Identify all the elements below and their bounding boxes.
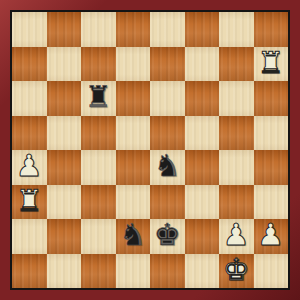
square-c5[interactable] xyxy=(81,116,116,151)
square-g2[interactable]: ♟ xyxy=(219,219,254,254)
square-h4[interactable] xyxy=(254,150,289,185)
square-g5[interactable] xyxy=(219,116,254,151)
square-e8[interactable] xyxy=(150,12,185,47)
white-rook-h7[interactable]: ♜ xyxy=(257,48,284,78)
square-f7[interactable] xyxy=(185,47,220,82)
square-a5[interactable] xyxy=(12,116,47,151)
square-f2[interactable] xyxy=(185,219,220,254)
square-e4[interactable]: ♞ xyxy=(150,150,185,185)
square-e7[interactable] xyxy=(150,47,185,82)
square-c1[interactable] xyxy=(81,254,116,289)
white-rook-a3[interactable]: ♜ xyxy=(16,186,43,216)
square-e3[interactable] xyxy=(150,185,185,220)
square-f6[interactable] xyxy=(185,81,220,116)
square-f4[interactable] xyxy=(185,150,220,185)
square-f5[interactable] xyxy=(185,116,220,151)
square-b4[interactable] xyxy=(47,150,82,185)
white-king-g1[interactable]: ♚ xyxy=(223,255,250,285)
white-pawn-a4[interactable]: ♟ xyxy=(16,151,43,181)
square-b3[interactable] xyxy=(47,185,82,220)
square-e1[interactable] xyxy=(150,254,185,289)
square-h1[interactable] xyxy=(254,254,289,289)
white-pawn-g2[interactable]: ♟ xyxy=(223,220,250,250)
square-c8[interactable] xyxy=(81,12,116,47)
square-g8[interactable] xyxy=(219,12,254,47)
square-f8[interactable] xyxy=(185,12,220,47)
black-king-e2[interactable]: ♚ xyxy=(154,220,181,250)
square-e2[interactable]: ♚ xyxy=(150,219,185,254)
square-d2[interactable]: ♞ xyxy=(116,219,151,254)
square-a3[interactable]: ♜ xyxy=(12,185,47,220)
square-d6[interactable] xyxy=(116,81,151,116)
square-f1[interactable] xyxy=(185,254,220,289)
square-d7[interactable] xyxy=(116,47,151,82)
square-d5[interactable] xyxy=(116,116,151,151)
square-c6[interactable]: ♜ xyxy=(81,81,116,116)
square-f3[interactable] xyxy=(185,185,220,220)
square-g7[interactable] xyxy=(219,47,254,82)
square-c3[interactable] xyxy=(81,185,116,220)
square-d3[interactable] xyxy=(116,185,151,220)
square-d1[interactable] xyxy=(116,254,151,289)
square-h7[interactable]: ♜ xyxy=(254,47,289,82)
square-a4[interactable]: ♟ xyxy=(12,150,47,185)
square-g6[interactable] xyxy=(219,81,254,116)
square-c2[interactable] xyxy=(81,219,116,254)
white-pawn-h2[interactable]: ♟ xyxy=(257,220,284,250)
square-g1[interactable]: ♚ xyxy=(219,254,254,289)
square-d8[interactable] xyxy=(116,12,151,47)
square-g3[interactable] xyxy=(219,185,254,220)
square-a7[interactable] xyxy=(12,47,47,82)
square-a2[interactable] xyxy=(12,219,47,254)
square-b2[interactable] xyxy=(47,219,82,254)
square-b6[interactable] xyxy=(47,81,82,116)
square-d4[interactable] xyxy=(116,150,151,185)
square-a6[interactable] xyxy=(12,81,47,116)
square-a8[interactable] xyxy=(12,12,47,47)
square-h8[interactable] xyxy=(254,12,289,47)
black-knight-e4[interactable]: ♞ xyxy=(154,151,181,181)
square-h2[interactable]: ♟ xyxy=(254,219,289,254)
square-c4[interactable] xyxy=(81,150,116,185)
black-rook-c6[interactable]: ♜ xyxy=(85,82,112,112)
square-h6[interactable] xyxy=(254,81,289,116)
square-e6[interactable] xyxy=(150,81,185,116)
square-b7[interactable] xyxy=(47,47,82,82)
square-b1[interactable] xyxy=(47,254,82,289)
square-h3[interactable] xyxy=(254,185,289,220)
square-c7[interactable] xyxy=(81,47,116,82)
square-e5[interactable] xyxy=(150,116,185,151)
square-g4[interactable] xyxy=(219,150,254,185)
square-b8[interactable] xyxy=(47,12,82,47)
chess-board: ♜♜♟♞♜♞♚♟♟♚ xyxy=(10,10,290,290)
square-a1[interactable] xyxy=(12,254,47,289)
square-h5[interactable] xyxy=(254,116,289,151)
chess-board-frame: ♜♜♟♞♜♞♚♟♟♚ xyxy=(0,0,300,300)
square-b5[interactable] xyxy=(47,116,82,151)
black-knight-d2[interactable]: ♞ xyxy=(119,220,146,250)
